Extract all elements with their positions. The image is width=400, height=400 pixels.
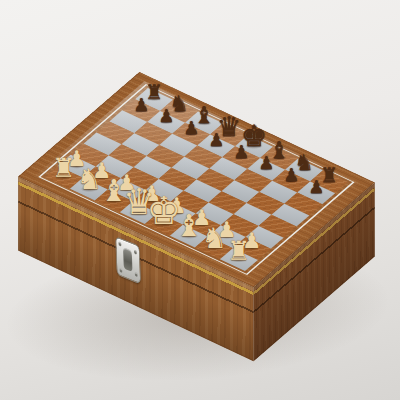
latch-icon xyxy=(115,236,141,284)
latch-hasp xyxy=(123,247,133,272)
photo-scene: ♜♟♞♟♝♟♛♟♚♟♝♟♟♞♜♟♟♜♞♟♟♝♟♛♟♚♟♝♟♞♟♜ xyxy=(0,0,400,400)
screw-icon xyxy=(118,241,121,246)
screw-icon xyxy=(134,250,137,255)
screw-icon xyxy=(119,268,122,273)
screw-icon xyxy=(135,272,138,277)
